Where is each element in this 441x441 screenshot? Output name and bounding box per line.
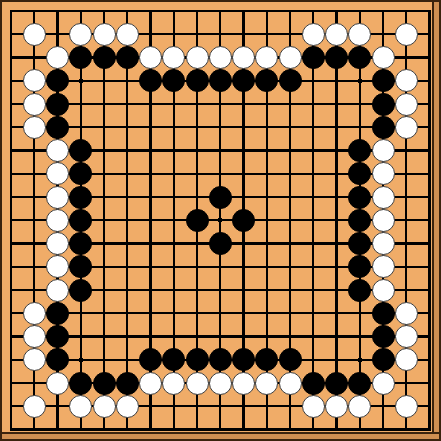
black-stone bbox=[69, 139, 92, 162]
white-stone bbox=[46, 162, 69, 185]
white-stone bbox=[302, 395, 325, 418]
white-stone bbox=[372, 186, 395, 209]
board-grid bbox=[0, 0, 441, 441]
white-stone bbox=[209, 372, 232, 395]
white-stone bbox=[93, 395, 116, 418]
white-stone bbox=[186, 46, 209, 69]
white-stone bbox=[348, 395, 371, 418]
black-stone bbox=[348, 255, 371, 278]
white-stone bbox=[279, 46, 302, 69]
board-edge-right bbox=[432, 2, 439, 439]
star-point bbox=[358, 358, 362, 362]
white-stone bbox=[325, 395, 348, 418]
go-board[interactable] bbox=[0, 0, 441, 441]
black-stone bbox=[46, 325, 69, 348]
black-stone bbox=[348, 232, 371, 255]
star-point bbox=[358, 79, 362, 83]
white-stone bbox=[46, 372, 69, 395]
black-stone bbox=[46, 69, 69, 92]
black-stone bbox=[69, 372, 92, 395]
white-stone bbox=[372, 46, 395, 69]
black-stone bbox=[186, 69, 209, 92]
white-stone bbox=[23, 23, 46, 46]
white-stone bbox=[395, 23, 418, 46]
black-stone bbox=[348, 162, 371, 185]
black-stone bbox=[348, 209, 371, 232]
black-stone bbox=[348, 186, 371, 209]
black-stone bbox=[69, 279, 92, 302]
black-stone bbox=[232, 209, 255, 232]
black-stone bbox=[255, 348, 278, 371]
black-stone bbox=[139, 348, 162, 371]
black-stone bbox=[69, 162, 92, 185]
white-stone bbox=[372, 139, 395, 162]
white-stone bbox=[372, 209, 395, 232]
black-stone bbox=[93, 46, 116, 69]
black-stone bbox=[279, 69, 302, 92]
black-stone bbox=[69, 46, 92, 69]
black-stone bbox=[372, 302, 395, 325]
white-stone bbox=[162, 46, 185, 69]
white-stone bbox=[23, 69, 46, 92]
black-stone bbox=[209, 232, 232, 255]
black-stone bbox=[232, 348, 255, 371]
white-stone bbox=[348, 23, 371, 46]
white-stone bbox=[232, 46, 255, 69]
black-stone bbox=[209, 348, 232, 371]
white-stone bbox=[116, 395, 139, 418]
star-point bbox=[79, 358, 83, 362]
white-stone bbox=[93, 23, 116, 46]
white-stone bbox=[255, 46, 278, 69]
white-stone bbox=[46, 46, 69, 69]
black-stone bbox=[279, 348, 302, 371]
white-stone bbox=[395, 325, 418, 348]
white-stone bbox=[209, 46, 232, 69]
white-stone bbox=[255, 372, 278, 395]
white-stone bbox=[395, 69, 418, 92]
white-stone bbox=[372, 255, 395, 278]
black-stone bbox=[116, 372, 139, 395]
white-stone bbox=[395, 302, 418, 325]
white-stone bbox=[139, 372, 162, 395]
white-stone bbox=[46, 255, 69, 278]
black-stone bbox=[46, 348, 69, 371]
white-stone bbox=[46, 139, 69, 162]
black-stone bbox=[348, 46, 371, 69]
black-stone bbox=[302, 46, 325, 69]
black-stone bbox=[372, 348, 395, 371]
white-stone bbox=[46, 186, 69, 209]
white-stone bbox=[46, 232, 69, 255]
star-point bbox=[79, 79, 83, 83]
black-stone bbox=[46, 116, 69, 139]
white-stone bbox=[372, 232, 395, 255]
black-stone bbox=[139, 69, 162, 92]
white-stone bbox=[23, 325, 46, 348]
black-stone bbox=[69, 255, 92, 278]
black-stone bbox=[232, 69, 255, 92]
white-stone bbox=[372, 279, 395, 302]
black-stone bbox=[325, 46, 348, 69]
black-stone bbox=[69, 209, 92, 232]
star-point bbox=[218, 218, 222, 222]
black-stone bbox=[255, 69, 278, 92]
white-stone bbox=[23, 93, 46, 116]
white-stone bbox=[23, 116, 46, 139]
black-stone bbox=[348, 372, 371, 395]
black-stone bbox=[348, 139, 371, 162]
black-stone bbox=[116, 46, 139, 69]
board-edge-bottom bbox=[2, 432, 439, 439]
black-stone bbox=[325, 372, 348, 395]
black-stone bbox=[69, 232, 92, 255]
black-stone bbox=[348, 279, 371, 302]
white-stone bbox=[139, 46, 162, 69]
white-stone bbox=[302, 23, 325, 46]
white-stone bbox=[325, 23, 348, 46]
white-stone bbox=[395, 395, 418, 418]
white-stone bbox=[372, 162, 395, 185]
black-stone bbox=[372, 69, 395, 92]
white-stone bbox=[69, 23, 92, 46]
black-stone bbox=[46, 302, 69, 325]
white-stone bbox=[395, 348, 418, 371]
white-stone bbox=[69, 395, 92, 418]
white-stone bbox=[372, 372, 395, 395]
black-stone bbox=[186, 209, 209, 232]
black-stone bbox=[162, 348, 185, 371]
black-stone bbox=[162, 69, 185, 92]
black-stone bbox=[186, 348, 209, 371]
white-stone bbox=[46, 209, 69, 232]
black-stone bbox=[209, 186, 232, 209]
black-stone bbox=[93, 372, 116, 395]
black-stone bbox=[209, 69, 232, 92]
white-stone bbox=[279, 372, 302, 395]
black-stone bbox=[46, 93, 69, 116]
white-stone bbox=[46, 279, 69, 302]
white-stone bbox=[23, 348, 46, 371]
white-stone bbox=[395, 116, 418, 139]
black-stone bbox=[372, 93, 395, 116]
black-stone bbox=[372, 325, 395, 348]
white-stone bbox=[395, 93, 418, 116]
black-stone bbox=[69, 186, 92, 209]
white-stone bbox=[162, 372, 185, 395]
white-stone bbox=[116, 23, 139, 46]
white-stone bbox=[23, 395, 46, 418]
black-stone bbox=[372, 116, 395, 139]
white-stone bbox=[23, 302, 46, 325]
white-stone bbox=[186, 372, 209, 395]
black-stone bbox=[302, 372, 325, 395]
white-stone bbox=[232, 372, 255, 395]
